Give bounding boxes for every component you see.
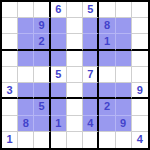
- cell-r6c6[interactable]: [83, 83, 99, 99]
- cell-r2c3-given: 9: [34, 18, 50, 34]
- cell-r1c6-given: 5: [83, 2, 99, 18]
- cell-r7c3-given: 5: [34, 99, 50, 115]
- given-digit: 3: [7, 85, 13, 96]
- cell-r4c8[interactable]: [116, 51, 132, 67]
- cell-r3c9[interactable]: [132, 34, 148, 50]
- cell-r9c9-given: 4: [132, 132, 148, 148]
- cell-r6c7[interactable]: [99, 83, 115, 99]
- given-digit: 1: [55, 118, 61, 129]
- given-digit: 9: [38, 20, 44, 31]
- cell-r2c2[interactable]: [18, 18, 34, 34]
- cell-r5c7[interactable]: [99, 67, 115, 83]
- given-digit: 9: [120, 118, 126, 129]
- given-digit: 1: [104, 36, 110, 47]
- cell-r9c8[interactable]: [116, 132, 132, 148]
- cell-r4c5[interactable]: [67, 51, 83, 67]
- cell-r2c6[interactable]: [83, 18, 99, 34]
- given-digit: 5: [38, 101, 44, 112]
- cell-r8c3[interactable]: [34, 116, 50, 132]
- cell-r7c5[interactable]: [67, 99, 83, 115]
- cell-r6c8[interactable]: [116, 83, 132, 99]
- cell-r3c8[interactable]: [116, 34, 132, 50]
- cell-r5c2[interactable]: [18, 67, 34, 83]
- cell-r7c9[interactable]: [132, 99, 148, 115]
- cell-r4c4[interactable]: [51, 51, 67, 67]
- cell-r5c6-given: 7: [83, 67, 99, 83]
- cell-r8c5[interactable]: [67, 116, 83, 132]
- cell-r6c5[interactable]: [67, 83, 83, 99]
- cell-r7c1[interactable]: [2, 99, 18, 115]
- cell-r7c6[interactable]: [83, 99, 99, 115]
- given-digit: 8: [104, 20, 110, 31]
- cell-r4c6[interactable]: [83, 51, 99, 67]
- cell-r4c1[interactable]: [2, 51, 18, 67]
- cell-r9c3[interactable]: [34, 132, 50, 148]
- cell-r3c7-given: 1: [99, 34, 115, 50]
- cell-r2c7-given: 8: [99, 18, 115, 34]
- cell-r5c9[interactable]: [132, 67, 148, 83]
- cell-r2c8[interactable]: [116, 18, 132, 34]
- cell-r8c8-given: 9: [116, 116, 132, 132]
- cell-r9c2[interactable]: [18, 132, 34, 148]
- cell-r1c2[interactable]: [18, 2, 34, 18]
- cell-r5c8[interactable]: [116, 67, 132, 83]
- cell-r6c9-given: 9: [132, 83, 148, 99]
- given-digit: 9: [137, 85, 143, 96]
- given-digit: 8: [23, 118, 29, 129]
- cell-r6c4[interactable]: [51, 83, 67, 99]
- cell-r4c2[interactable]: [18, 51, 34, 67]
- given-digit: 4: [87, 118, 93, 129]
- cell-r1c4-given: 6: [51, 2, 67, 18]
- sudoku-board: 659821573952814914: [0, 0, 150, 150]
- cell-r5c4-given: 5: [51, 67, 67, 83]
- cell-r8c4-given: 1: [51, 116, 67, 132]
- given-digit: 1: [7, 134, 13, 145]
- cell-r3c1[interactable]: [2, 34, 18, 50]
- cell-r1c8[interactable]: [116, 2, 132, 18]
- cell-r5c5[interactable]: [67, 67, 83, 83]
- cell-r4c9[interactable]: [132, 51, 148, 67]
- cell-r3c3-given: 2: [34, 34, 50, 50]
- cell-r8c9[interactable]: [132, 116, 148, 132]
- given-digit: 7: [87, 69, 93, 80]
- cell-r3c4[interactable]: [51, 34, 67, 50]
- cell-r2c1[interactable]: [2, 18, 18, 34]
- cell-r9c7[interactable]: [99, 132, 115, 148]
- cell-r2c5[interactable]: [67, 18, 83, 34]
- given-digit: 6: [55, 4, 61, 15]
- cell-r7c7-given: 2: [99, 99, 115, 115]
- cell-r7c8[interactable]: [116, 99, 132, 115]
- cell-r1c7[interactable]: [99, 2, 115, 18]
- cell-r7c4[interactable]: [51, 99, 67, 115]
- cell-r1c5[interactable]: [67, 2, 83, 18]
- cell-r9c4[interactable]: [51, 132, 67, 148]
- given-digit: 5: [87, 4, 93, 15]
- cell-r9c1-given: 1: [2, 132, 18, 148]
- cell-r4c7[interactable]: [99, 51, 115, 67]
- cell-r3c6[interactable]: [83, 34, 99, 50]
- cell-r6c1-given: 3: [2, 83, 18, 99]
- cell-r8c6-given: 4: [83, 116, 99, 132]
- cell-r6c2[interactable]: [18, 83, 34, 99]
- given-digit: 2: [104, 101, 110, 112]
- given-digit: 2: [38, 36, 44, 47]
- cell-r8c7[interactable]: [99, 116, 115, 132]
- cell-r9c6[interactable]: [83, 132, 99, 148]
- given-digit: 5: [55, 69, 61, 80]
- cell-r3c2[interactable]: [18, 34, 34, 50]
- cell-r3c5[interactable]: [67, 34, 83, 50]
- cell-r8c2-given: 8: [18, 116, 34, 132]
- cell-r7c2[interactable]: [18, 99, 34, 115]
- given-digit: 4: [137, 134, 143, 145]
- cell-r1c3[interactable]: [34, 2, 50, 18]
- cell-r4c3[interactable]: [34, 51, 50, 67]
- cell-r5c3[interactable]: [34, 67, 50, 83]
- cell-r2c4[interactable]: [51, 18, 67, 34]
- cell-r2c9[interactable]: [132, 18, 148, 34]
- cell-r1c1[interactable]: [2, 2, 18, 18]
- cell-r5c1[interactable]: [2, 67, 18, 83]
- cell-r9c5[interactable]: [67, 132, 83, 148]
- cell-r1c9[interactable]: [132, 2, 148, 18]
- cell-r8c1[interactable]: [2, 116, 18, 132]
- cell-r6c3[interactable]: [34, 83, 50, 99]
